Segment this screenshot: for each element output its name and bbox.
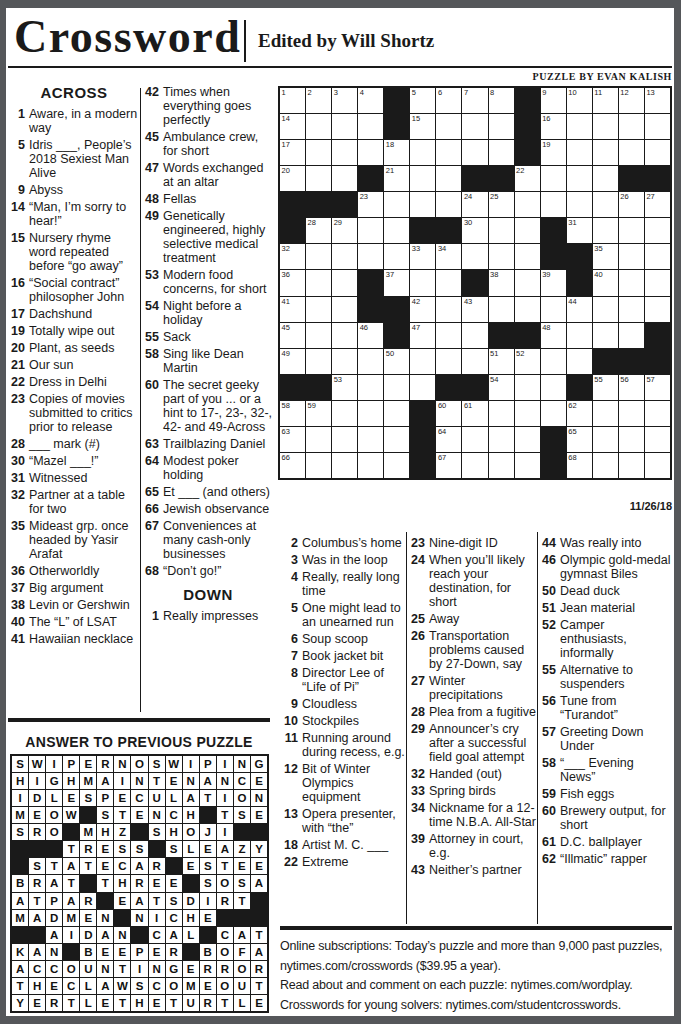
cell-r5-c11[interactable] <box>541 192 566 217</box>
cell-r10-c1[interactable]: 45 <box>280 323 305 348</box>
answer-cell-r11-c15: T <box>251 927 267 943</box>
cell-r8-c7[interactable] <box>436 270 461 295</box>
cell-r12-c14[interactable]: 56 <box>619 375 644 400</box>
cell-r14-c14[interactable] <box>619 427 644 452</box>
answer-cell-r9-c10: S <box>166 893 182 909</box>
answer-cell-r9-c5: R <box>80 893 96 909</box>
cell-r9-c13[interactable] <box>593 297 618 322</box>
cell-number: 49 <box>282 349 290 358</box>
cell-r11-c4[interactable] <box>358 349 383 374</box>
cell-r5-c12[interactable] <box>567 192 592 217</box>
cell-r1-c4[interactable]: 4 <box>358 88 383 113</box>
cell-r3-c5[interactable]: 18 <box>384 140 409 165</box>
cell-r11-c7[interactable] <box>436 349 461 374</box>
cell-r14-c3[interactable] <box>332 427 357 452</box>
cell-r15-c4[interactable] <box>358 453 383 478</box>
cell-r1-c1[interactable]: 1 <box>280 88 305 113</box>
cell-r2-c6[interactable]: 15 <box>410 114 435 139</box>
clue-down-1: 1Really impresses <box>142 609 274 623</box>
clue-number: 5 <box>8 138 29 180</box>
answer-cell-r13-c15: R <box>251 961 267 977</box>
cell-r5-c9[interactable]: 25 <box>489 192 514 217</box>
cell-r8-c3[interactable] <box>332 270 357 295</box>
clue-text: The secret geeky part of you ... or a hi… <box>163 378 274 434</box>
cell-r1-c2[interactable]: 2 <box>306 88 331 113</box>
clue-down-6: 6Soup scoop <box>281 632 405 646</box>
cell-r2-c5 <box>384 114 409 139</box>
cell-r6-c15[interactable] <box>645 218 670 243</box>
cell-r2-c14[interactable] <box>619 114 644 139</box>
cell-r13-c2[interactable]: 59 <box>306 401 331 426</box>
clue-down-58: 58“___ Evening News” <box>539 756 672 784</box>
cell-r2-c12[interactable] <box>567 114 592 139</box>
cell-r14-c15[interactable] <box>645 427 670 452</box>
cell-r3-c14[interactable] <box>619 140 644 165</box>
cell-r3-c7[interactable] <box>436 140 461 165</box>
clue-down-18: 18Artist M. C. ___ <box>281 838 405 852</box>
cell-r14-c1[interactable]: 63 <box>280 427 305 452</box>
cell-r13-c3[interactable] <box>332 401 357 426</box>
answer-cell-r5-c1: S <box>12 824 28 840</box>
cell-r6-c10[interactable] <box>515 218 540 243</box>
answer-cell-r1-c6: R <box>97 756 113 772</box>
cell-r3-c12[interactable] <box>567 140 592 165</box>
cell-r7-c3[interactable] <box>332 244 357 269</box>
cell-r13-c4[interactable] <box>358 401 383 426</box>
cell-r3-c15[interactable] <box>645 140 670 165</box>
cell-r5-c14[interactable]: 26 <box>619 192 644 217</box>
cell-r10-c14[interactable] <box>619 323 644 348</box>
cell-r12-c6[interactable] <box>410 375 435 400</box>
cell-r10-c12[interactable] <box>567 323 592 348</box>
answer-cell-r13-c1: A <box>12 961 28 977</box>
cell-r4-c1[interactable]: 20 <box>280 166 305 191</box>
cell-r2-c11[interactable]: 16 <box>541 114 566 139</box>
cell-r5-c6[interactable] <box>410 192 435 217</box>
clue-text: Jewish observance <box>163 502 274 516</box>
cell-r11-c11[interactable] <box>541 349 566 374</box>
cell-r10-c5 <box>384 323 409 348</box>
clue-number: 39 <box>408 832 429 860</box>
cell-r14-c4[interactable] <box>358 427 383 452</box>
cell-r6-c13[interactable] <box>593 218 618 243</box>
answer-cell-r9-c8: A <box>131 893 147 909</box>
cell-r8-c1[interactable]: 36 <box>280 270 305 295</box>
cell-r15-c9[interactable] <box>489 453 514 478</box>
answer-cell-r1-c4: P <box>63 756 79 772</box>
clue-text: Modern food concerns, for short <box>163 268 274 296</box>
cell-r5-c13[interactable] <box>593 192 618 217</box>
cell-r8-c13[interactable]: 40 <box>593 270 618 295</box>
clue-text: Genetically engineered, highly selective… <box>163 209 274 265</box>
cell-r3-c1[interactable]: 17 <box>280 140 305 165</box>
cell-r13-c8[interactable]: 61 <box>462 401 487 426</box>
cell-r3-c13[interactable] <box>593 140 618 165</box>
cell-r9-c8[interactable]: 43 <box>462 297 487 322</box>
clue-text: Spring birds <box>429 784 536 798</box>
clue-across-60: 60The secret geeky part of you ... or a … <box>142 378 274 434</box>
cell-r13-c13[interactable] <box>593 401 618 426</box>
answer-cell-r7-c2: S <box>29 858 45 874</box>
cell-r11-c3[interactable] <box>332 349 357 374</box>
cell-r7-c8[interactable] <box>462 244 487 269</box>
cell-r3-c8[interactable] <box>462 140 487 165</box>
cell-r9-c9[interactable] <box>489 297 514 322</box>
clue-across-14: 14“Man, I’m sorry to hear!” <box>8 200 140 228</box>
cell-r15-c2[interactable] <box>306 453 331 478</box>
clue-text: Was really into <box>560 536 672 550</box>
cell-r14-c7[interactable]: 64 <box>436 427 461 452</box>
cell-r7-c4[interactable] <box>358 244 383 269</box>
previous-answer-header: ANSWER TO PREVIOUS PUZZLE <box>6 734 272 750</box>
cell-number: 6 <box>438 88 442 97</box>
cell-r14-c10[interactable] <box>515 427 540 452</box>
cell-r4-c7[interactable] <box>436 166 461 191</box>
answer-cell-r1-c15: G <box>251 756 267 772</box>
cell-r3-c11[interactable]: 19 <box>541 140 566 165</box>
answer-cell-r15-c8: H <box>131 995 147 1011</box>
clue-text: Artist M. C. ___ <box>302 838 405 852</box>
cell-r8-c9[interactable]: 38 <box>489 270 514 295</box>
answer-cell-r1-c3: I <box>46 756 62 772</box>
clue-number: 21 <box>8 358 29 372</box>
cell-r3-c9[interactable] <box>489 140 514 165</box>
cell-r2-c2[interactable] <box>306 114 331 139</box>
cell-r1-c3[interactable]: 3 <box>332 88 357 113</box>
answer-cell-r14-c15: T <box>251 978 267 994</box>
cell-r7-c13[interactable]: 35 <box>593 244 618 269</box>
newspaper-page: Crossword Edited by Will Shortz PUZZLE B… <box>6 8 674 1016</box>
cell-r13-c11[interactable] <box>541 401 566 426</box>
cell-r12-c10[interactable] <box>515 375 540 400</box>
cell-r13-c15[interactable] <box>645 401 670 426</box>
cell-r2-c7[interactable] <box>436 114 461 139</box>
cell-r12-c9[interactable]: 54 <box>489 375 514 400</box>
clue-down-52: 52Camper enthusiasts, informally <box>539 618 672 660</box>
answer-cell-r1-c2: W <box>29 756 45 772</box>
cell-r1-c13[interactable]: 11 <box>593 88 618 113</box>
cell-r6-c12[interactable]: 31 <box>567 218 592 243</box>
cell-r2-c8[interactable] <box>462 114 487 139</box>
answer-cell-r6-c13: A <box>217 841 233 857</box>
cell-r15-c5[interactable] <box>384 453 409 478</box>
clue-down-33: 33Spring birds <box>408 784 536 798</box>
answer-cell-r10-c9: I <box>149 910 165 926</box>
cell-r5-c4[interactable]: 23 <box>358 192 383 217</box>
cell-r13-c7[interactable]: 60 <box>436 401 461 426</box>
clue-across-58: 58Sing like Dean Martin <box>142 347 274 375</box>
answer-cell-r5-c8 <box>131 824 147 840</box>
clue-down-57: 57Greeting Down Under <box>539 725 672 753</box>
cell-r7-c1[interactable]: 32 <box>280 244 305 269</box>
clue-across-30: 30“Mazel ___!” <box>8 454 140 468</box>
cell-r8-c10[interactable] <box>515 270 540 295</box>
cell-r4-c15 <box>645 166 670 191</box>
cell-number: 19 <box>542 140 550 149</box>
clue-text: Columbus’s home <box>302 536 405 550</box>
cell-r1-c6[interactable]: 5 <box>410 88 435 113</box>
clue-text: “Illmatic” rapper <box>560 852 672 866</box>
cell-r9-c10[interactable] <box>515 297 540 322</box>
clue-number: 30 <box>8 454 29 468</box>
cell-r15-c7[interactable]: 67 <box>436 453 461 478</box>
answer-cell-r11-c12 <box>200 927 216 943</box>
cell-r10-c8[interactable] <box>462 323 487 348</box>
clue-number: 62 <box>539 852 560 866</box>
cell-r2-c13[interactable] <box>593 114 618 139</box>
cell-r5-c15[interactable]: 27 <box>645 192 670 217</box>
cell-r6-c9[interactable] <box>489 218 514 243</box>
cell-r13-c12[interactable]: 62 <box>567 401 592 426</box>
cell-r9-c3[interactable] <box>332 297 357 322</box>
clue-across-32: 32Partner at a table for two <box>8 488 140 516</box>
cell-r11-c6[interactable] <box>410 349 435 374</box>
cell-r8-c11[interactable]: 39 <box>541 270 566 295</box>
cell-r9-c7[interactable] <box>436 297 461 322</box>
clue-text: Nine-digit ID <box>429 536 536 550</box>
cell-r7-c6[interactable]: 33 <box>410 244 435 269</box>
answer-cell-r5-c10: H <box>166 824 182 840</box>
cell-r13-c5[interactable] <box>384 401 409 426</box>
cell-number: 40 <box>594 270 602 279</box>
clue-text: Was in the loop <box>302 553 405 567</box>
clue-number: 26 <box>408 629 429 671</box>
across-header: ACROSS <box>8 86 140 100</box>
answer-cell-r15-c4: T <box>63 995 79 1011</box>
cell-r10-c3[interactable] <box>332 323 357 348</box>
cell-r10-c13[interactable] <box>593 323 618 348</box>
cell-r1-c7[interactable]: 6 <box>436 88 461 113</box>
cell-r5-c5[interactable] <box>384 192 409 217</box>
cell-r4-c3[interactable] <box>332 166 357 191</box>
cell-r8-c14[interactable] <box>619 270 644 295</box>
puzzle-byline: PUZZLE BY EVAN KALISH <box>278 71 672 82</box>
cell-r12-c15[interactable]: 57 <box>645 375 670 400</box>
cell-r3-c6[interactable] <box>410 140 435 165</box>
cell-r12-c13[interactable]: 55 <box>593 375 618 400</box>
cell-r9-c2[interactable] <box>306 297 331 322</box>
clue-text: Hawaiian necklace <box>29 632 140 646</box>
clue-down-13: 13Opera presenter, with “the” <box>281 807 405 835</box>
cell-r12-c5[interactable] <box>384 375 409 400</box>
cell-r14-c2[interactable] <box>306 427 331 452</box>
cell-r11-c12[interactable] <box>567 349 592 374</box>
cell-r12-c7 <box>436 375 461 400</box>
cell-r6-c2[interactable]: 28 <box>306 218 331 243</box>
cell-r11-c9[interactable]: 51 <box>489 349 514 374</box>
cell-r7-c10[interactable] <box>515 244 540 269</box>
cell-r4-c6[interactable] <box>410 166 435 191</box>
cell-r2-c9[interactable] <box>489 114 514 139</box>
answer-cell-r1-c5: E <box>80 756 96 772</box>
clue-text: Sack <box>163 330 274 344</box>
cell-r8-c2[interactable] <box>306 270 331 295</box>
cell-number: 32 <box>282 244 290 253</box>
answer-cell-r10-c7 <box>114 910 130 926</box>
clue-number: 51 <box>539 601 560 615</box>
clue-text: One might lead to an unearned run <box>302 601 405 629</box>
clue-down-44: 44Was really into <box>539 536 672 550</box>
cell-r1-c9[interactable]: 8 <box>489 88 514 113</box>
cell-r7-c9[interactable] <box>489 244 514 269</box>
cell-r2-c15[interactable] <box>645 114 670 139</box>
cell-r13-c9[interactable] <box>489 401 514 426</box>
cell-r7-c15[interactable] <box>645 244 670 269</box>
clue-text: Dachshund <box>29 307 140 321</box>
cell-r2-c1[interactable]: 14 <box>280 114 305 139</box>
cell-r10-c10 <box>515 323 540 348</box>
cell-number: 55 <box>594 375 602 384</box>
cell-r11-c1[interactable]: 49 <box>280 349 305 374</box>
cell-r5-c7[interactable] <box>436 192 461 217</box>
clue-number: 37 <box>8 581 29 595</box>
clue-across-66: 66Jewish observance <box>142 502 274 516</box>
cell-r9-c11[interactable] <box>541 297 566 322</box>
cell-r8-c15[interactable] <box>645 270 670 295</box>
cell-r3-c4[interactable] <box>358 140 383 165</box>
cell-r10-c6[interactable]: 47 <box>410 323 435 348</box>
cell-r5-c8[interactable]: 24 <box>462 192 487 217</box>
cell-r6-c8[interactable]: 30 <box>462 218 487 243</box>
cell-r6-c4[interactable] <box>358 218 383 243</box>
cell-r11-c5[interactable]: 50 <box>384 349 409 374</box>
cell-r6-c14[interactable] <box>619 218 644 243</box>
answer-cell-r4-c6: S <box>97 807 113 823</box>
answer-cell-r7-c15: E <box>251 858 267 874</box>
answer-cell-r14-c10: O <box>166 978 182 994</box>
cell-r15-c1[interactable]: 66 <box>280 453 305 478</box>
cell-r10-c4[interactable]: 46 <box>358 323 383 348</box>
cell-r3-c2[interactable] <box>306 140 331 165</box>
cell-r11-c8[interactable] <box>462 349 487 374</box>
answer-cell-r10-c3: D <box>46 910 62 926</box>
clue-down-23: 23Nine-digit ID <box>408 536 536 550</box>
cell-number: 45 <box>282 323 290 332</box>
cell-r4-c10[interactable]: 22 <box>515 166 540 191</box>
clue-down-7: 7Book jacket bit <box>281 649 405 663</box>
cell-r7-c5[interactable] <box>384 244 409 269</box>
cell-r13-c1[interactable]: 58 <box>280 401 305 426</box>
cell-r12-c3[interactable]: 53 <box>332 375 357 400</box>
answer-cell-r2-c15: E <box>251 773 267 789</box>
cell-r6-c3[interactable]: 29 <box>332 218 357 243</box>
cell-r12-c4[interactable] <box>358 375 383 400</box>
cell-r1-c8[interactable]: 7 <box>462 88 487 113</box>
cell-r8-c6[interactable] <box>410 270 435 295</box>
cell-r15-c15[interactable] <box>645 453 670 478</box>
cell-r12-c11[interactable] <box>541 375 566 400</box>
cell-number: 47 <box>412 323 420 332</box>
cell-r15-c3[interactable] <box>332 453 357 478</box>
cell-r14-c9[interactable] <box>489 427 514 452</box>
cell-r7-c7[interactable]: 34 <box>436 244 461 269</box>
cell-r14-c13[interactable] <box>593 427 618 452</box>
cell-r15-c12[interactable]: 68 <box>567 453 592 478</box>
cell-r14-c5[interactable] <box>384 427 409 452</box>
answer-cell-r14-c9: C <box>149 978 165 994</box>
cell-r9-c14[interactable] <box>619 297 644 322</box>
answer-cell-r13-c2: C <box>29 961 45 977</box>
clue-number: 13 <box>281 807 302 835</box>
cell-r7-c2[interactable] <box>306 244 331 269</box>
clue-text: Greeting Down Under <box>560 725 672 753</box>
answer-cell-r11-c10: A <box>166 927 182 943</box>
clue-across-67: 67Conveniences at many cash-only busines… <box>142 519 274 561</box>
clue-text: Fish eggs <box>560 787 672 801</box>
answer-cell-r2-c8: N <box>131 773 147 789</box>
cell-r15-c14[interactable] <box>619 453 644 478</box>
footer-wordplay: Read about and comment on each puzzle: n… <box>280 976 674 996</box>
cell-r15-c8[interactable] <box>462 453 487 478</box>
cell-r10-c7[interactable] <box>436 323 461 348</box>
clue-across-63: 63Trailblazing Daniel <box>142 437 274 451</box>
cell-r9-c6[interactable]: 42 <box>410 297 435 322</box>
cell-r9-c12[interactable]: 44 <box>567 297 592 322</box>
clue-column-1: ACROSS 1Aware, in a modern way5Idris ___… <box>8 86 140 649</box>
cell-r4-c2[interactable] <box>306 166 331 191</box>
answer-cell-r14-c5: L <box>80 978 96 994</box>
cell-number: 37 <box>386 270 394 279</box>
cell-r2-c3[interactable] <box>332 114 357 139</box>
answer-cell-r6-c1 <box>12 841 28 857</box>
cell-r10-c2[interactable] <box>306 323 331 348</box>
cell-r9-c1[interactable]: 41 <box>280 297 305 322</box>
cell-r3-c3[interactable] <box>332 140 357 165</box>
clue-number: 63 <box>142 437 163 451</box>
cell-r15-c13[interactable] <box>593 453 618 478</box>
cell-r14-c8[interactable] <box>462 427 487 452</box>
cell-r15-c10[interactable] <box>515 453 540 478</box>
cell-r12-c2 <box>306 375 331 400</box>
cell-r4-c13[interactable] <box>593 166 618 191</box>
answer-cell-r9-c11: D <box>183 893 199 909</box>
cell-r6-c5[interactable] <box>384 218 409 243</box>
cell-r4-c5[interactable]: 21 <box>384 166 409 191</box>
cell-r1-c12[interactable]: 10 <box>567 88 592 113</box>
cell-r10-c11[interactable]: 48 <box>541 323 566 348</box>
cell-r11-c2[interactable] <box>306 349 331 374</box>
answer-cell-r8-c9: E <box>149 875 165 891</box>
cell-r1-c14[interactable]: 12 <box>619 88 644 113</box>
cell-r5-c10[interactable] <box>515 192 540 217</box>
cell-r11-c10[interactable]: 52 <box>515 349 540 374</box>
clue-across-53: 53Modern food concerns, for short <box>142 268 274 296</box>
cell-r1-c11[interactable]: 9 <box>541 88 566 113</box>
cell-number: 1 <box>282 88 286 97</box>
answer-cell-r11-c9: C <box>149 927 165 943</box>
answer-cell-r8-c14: S <box>234 875 250 891</box>
answer-cell-r14-c11: M <box>183 978 199 994</box>
cell-r2-c4[interactable] <box>358 114 383 139</box>
cell-r7-c14[interactable] <box>619 244 644 269</box>
answer-cell-r13-c5: U <box>80 961 96 977</box>
answer-cell-r15-c5: L <box>80 995 96 1011</box>
clue-number: 28 <box>8 437 29 451</box>
cell-r8-c5[interactable]: 37 <box>384 270 409 295</box>
clue-across-16: 16“Social contract” philosopher John <box>8 276 140 304</box>
cell-r1-c15[interactable]: 13 <box>645 88 670 113</box>
cell-r2-c10 <box>515 114 540 139</box>
cell-r9-c15[interactable] <box>645 297 670 322</box>
cell-r4-c11[interactable] <box>541 166 566 191</box>
cell-r11-c15 <box>645 349 670 374</box>
cell-r13-c14[interactable] <box>619 401 644 426</box>
cell-r4-c12[interactable] <box>567 166 592 191</box>
clue-text: Mideast grp. once headed by Yasir Arafat <box>29 519 140 561</box>
answer-cell-r6-c5: R <box>80 841 96 857</box>
cell-r14-c12[interactable]: 65 <box>567 427 592 452</box>
cell-r13-c10[interactable] <box>515 401 540 426</box>
